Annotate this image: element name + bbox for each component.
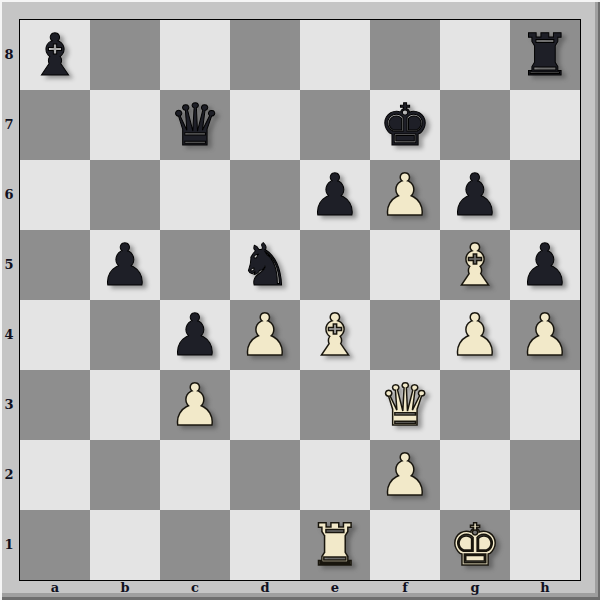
square-a8[interactable]: ♝ (20, 20, 90, 90)
white-bishop-e4[interactable]: ♝ (300, 300, 370, 370)
square-c1[interactable] (160, 510, 230, 580)
black-king-f7[interactable]: ♚ (370, 90, 440, 160)
file-label-c: c (160, 580, 230, 598)
square-a2[interactable] (20, 440, 90, 510)
square-e5[interactable] (300, 230, 370, 300)
square-g8[interactable] (440, 20, 510, 90)
square-e2[interactable] (300, 440, 370, 510)
rank-label-7: 7 (0, 90, 18, 160)
square-f8[interactable] (370, 20, 440, 90)
black-queen-c7[interactable]: ♛ (160, 90, 230, 160)
square-d5[interactable]: ♞ (230, 230, 300, 300)
square-e1[interactable]: ♜ (300, 510, 370, 580)
rank-label-4: 4 (0, 300, 18, 370)
square-b5[interactable]: ♟ (90, 230, 160, 300)
square-g7[interactable] (440, 90, 510, 160)
square-h1[interactable] (510, 510, 580, 580)
black-bishop-a8[interactable]: ♝ (20, 20, 90, 90)
file-label-e: e (300, 580, 370, 598)
square-b4[interactable] (90, 300, 160, 370)
square-g3[interactable] (440, 370, 510, 440)
square-h8[interactable]: ♜ (510, 20, 580, 90)
square-d1[interactable] (230, 510, 300, 580)
black-pawn-h5[interactable]: ♟ (510, 230, 580, 300)
rank-label-3: 3 (0, 370, 18, 440)
square-b7[interactable] (90, 90, 160, 160)
white-pawn-f6[interactable]: ♟ (370, 160, 440, 230)
square-d7[interactable] (230, 90, 300, 160)
black-pawn-e6[interactable]: ♟ (300, 160, 370, 230)
square-f6[interactable]: ♟ (370, 160, 440, 230)
white-queen-f3[interactable]: ♛ (370, 370, 440, 440)
rank-label-6: 6 (0, 160, 18, 230)
black-pawn-b5[interactable]: ♟ (90, 230, 160, 300)
square-e6[interactable]: ♟ (300, 160, 370, 230)
square-g5[interactable]: ♝ (440, 230, 510, 300)
board-frame: 87654321 abcdefgh ♝♜♛♚♟♟♟♟♞♝♟♟♟♝♟♟♟♛♟♜♚ (0, 0, 600, 600)
square-d4[interactable]: ♟ (230, 300, 300, 370)
file-label-g: g (440, 580, 510, 598)
file-label-a: a (20, 580, 90, 598)
square-b1[interactable] (90, 510, 160, 580)
square-h3[interactable] (510, 370, 580, 440)
black-knight-d5[interactable]: ♞ (230, 230, 300, 300)
white-pawn-g4[interactable]: ♟ (440, 300, 510, 370)
rank-label-1: 1 (0, 510, 18, 580)
white-pawn-f2[interactable]: ♟ (370, 440, 440, 510)
white-pawn-d4[interactable]: ♟ (230, 300, 300, 370)
square-b3[interactable] (90, 370, 160, 440)
file-label-d: d (230, 580, 300, 598)
rank-label-5: 5 (0, 230, 18, 300)
square-h4[interactable]: ♟ (510, 300, 580, 370)
white-bishop-g5[interactable]: ♝ (440, 230, 510, 300)
square-c5[interactable] (160, 230, 230, 300)
square-f7[interactable]: ♚ (370, 90, 440, 160)
square-h7[interactable] (510, 90, 580, 160)
square-e4[interactable]: ♝ (300, 300, 370, 370)
white-king-g1[interactable]: ♚ (440, 510, 510, 580)
square-b2[interactable] (90, 440, 160, 510)
rank-label-2: 2 (0, 440, 18, 510)
square-f1[interactable] (370, 510, 440, 580)
square-f5[interactable] (370, 230, 440, 300)
square-a7[interactable] (20, 90, 90, 160)
square-c3[interactable]: ♟ (160, 370, 230, 440)
square-d3[interactable] (230, 370, 300, 440)
square-a4[interactable] (20, 300, 90, 370)
chess-board: ♝♜♛♚♟♟♟♟♞♝♟♟♟♝♟♟♟♛♟♜♚ (19, 19, 581, 581)
black-rook-h8[interactable]: ♜ (510, 20, 580, 90)
square-e8[interactable] (300, 20, 370, 90)
square-c6[interactable] (160, 160, 230, 230)
file-label-b: b (90, 580, 160, 598)
square-c7[interactable]: ♛ (160, 90, 230, 160)
square-c8[interactable] (160, 20, 230, 90)
square-c2[interactable] (160, 440, 230, 510)
square-f2[interactable]: ♟ (370, 440, 440, 510)
square-d2[interactable] (230, 440, 300, 510)
square-h2[interactable] (510, 440, 580, 510)
square-f4[interactable] (370, 300, 440, 370)
square-b8[interactable] (90, 20, 160, 90)
file-label-f: f (370, 580, 440, 598)
square-f3[interactable]: ♛ (370, 370, 440, 440)
square-g4[interactable]: ♟ (440, 300, 510, 370)
black-pawn-g6[interactable]: ♟ (440, 160, 510, 230)
square-g2[interactable] (440, 440, 510, 510)
white-pawn-h4[interactable]: ♟ (510, 300, 580, 370)
square-h5[interactable]: ♟ (510, 230, 580, 300)
square-a3[interactable] (20, 370, 90, 440)
square-a6[interactable] (20, 160, 90, 230)
square-e7[interactable] (300, 90, 370, 160)
rank-label-8: 8 (0, 20, 18, 90)
white-pawn-c3[interactable]: ♟ (160, 370, 230, 440)
square-c4[interactable]: ♟ (160, 300, 230, 370)
square-a5[interactable] (20, 230, 90, 300)
square-d8[interactable] (230, 20, 300, 90)
square-g6[interactable]: ♟ (440, 160, 510, 230)
square-e3[interactable] (300, 370, 370, 440)
black-pawn-c4[interactable]: ♟ (160, 300, 230, 370)
white-rook-e1[interactable]: ♜ (300, 510, 370, 580)
square-b6[interactable] (90, 160, 160, 230)
square-d6[interactable] (230, 160, 300, 230)
square-h6[interactable] (510, 160, 580, 230)
file-label-h: h (510, 580, 580, 598)
square-g1[interactable]: ♚ (440, 510, 510, 580)
square-a1[interactable] (20, 510, 90, 580)
